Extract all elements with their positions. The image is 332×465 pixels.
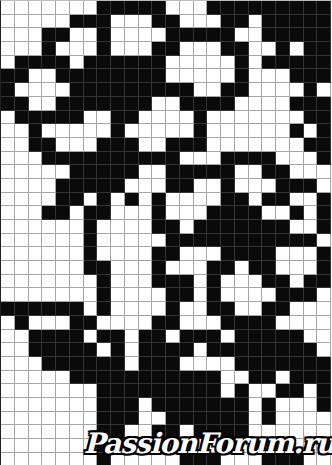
grid-cell xyxy=(221,83,235,97)
grid-cell xyxy=(290,316,304,330)
grid-cell xyxy=(56,371,70,385)
grid-cell xyxy=(304,261,318,275)
grid-cell xyxy=(235,28,249,42)
grid-cell xyxy=(97,412,111,426)
grid-cell xyxy=(304,384,318,398)
grid-cell xyxy=(139,138,153,152)
grid-cell xyxy=(194,316,208,330)
grid-cell xyxy=(317,138,331,152)
grid-cell xyxy=(29,165,43,179)
grid-cell xyxy=(207,69,221,83)
grid-cell xyxy=(29,275,43,289)
grid-cell xyxy=(1,412,15,426)
grid-cell xyxy=(70,316,84,330)
grid-cell xyxy=(1,97,15,111)
grid-cell xyxy=(221,316,235,330)
grid-cell xyxy=(221,165,235,179)
grid-cell xyxy=(221,42,235,56)
grid-cell xyxy=(207,220,221,234)
grid-cell xyxy=(15,206,29,220)
grid-cell xyxy=(42,398,56,412)
grid-cell xyxy=(317,15,331,29)
grid-cell xyxy=(166,165,180,179)
grid-cell xyxy=(42,179,56,193)
grid-cell xyxy=(42,152,56,166)
grid-cell xyxy=(15,97,29,111)
grid-cell xyxy=(139,302,153,316)
grid-cell xyxy=(317,316,331,330)
grid-cell xyxy=(180,330,194,344)
grid-cell xyxy=(249,83,263,97)
grid-cell xyxy=(262,1,276,15)
grid-cell xyxy=(235,371,249,385)
grid-cell xyxy=(317,247,331,261)
grid-cell xyxy=(221,371,235,385)
grid-cell xyxy=(221,302,235,316)
grid-cell xyxy=(317,111,331,125)
grid-cell xyxy=(166,83,180,97)
grid-cell xyxy=(111,152,125,166)
grid-cell xyxy=(152,247,166,261)
grid-cell xyxy=(262,275,276,289)
grid-cell xyxy=(207,28,221,42)
grid-cell xyxy=(194,28,208,42)
grid-cell xyxy=(29,124,43,138)
grid-cell xyxy=(84,247,98,261)
grid-cell xyxy=(152,69,166,83)
grid-cell xyxy=(180,398,194,412)
grid-cell xyxy=(317,234,331,248)
grid-cell xyxy=(249,316,263,330)
grid-cell xyxy=(276,124,290,138)
grid-cell xyxy=(56,425,70,439)
grid-cell xyxy=(97,15,111,29)
grid-cell xyxy=(304,111,318,125)
grid-cell xyxy=(317,275,331,289)
grid-cell xyxy=(139,398,153,412)
grid-cell xyxy=(56,138,70,152)
grid-cell xyxy=(42,330,56,344)
grid-cell xyxy=(56,343,70,357)
grid-cell xyxy=(29,152,43,166)
grid-cell xyxy=(125,220,139,234)
grid-cell xyxy=(235,302,249,316)
grid-cell xyxy=(304,165,318,179)
grid-cell xyxy=(207,261,221,275)
grid-cell xyxy=(262,302,276,316)
grid-cell xyxy=(276,83,290,97)
grid-cell xyxy=(1,316,15,330)
grid-cell xyxy=(221,15,235,29)
grid-cell xyxy=(125,412,139,426)
grid-cell xyxy=(139,316,153,330)
grid-cell xyxy=(84,316,98,330)
grid-cell xyxy=(139,412,153,426)
grid-cell xyxy=(70,398,84,412)
watermark-text: PassionForum.ru xyxy=(84,427,332,460)
grid-cell xyxy=(180,179,194,193)
grid-cell xyxy=(139,343,153,357)
grid-cell xyxy=(180,138,194,152)
grid-cell xyxy=(111,398,125,412)
grid-cell xyxy=(42,357,56,371)
grid-cell xyxy=(290,124,304,138)
grid-cell xyxy=(97,165,111,179)
grid-cell xyxy=(166,220,180,234)
grid-cell xyxy=(97,302,111,316)
grid-cell xyxy=(139,234,153,248)
grid-cell xyxy=(207,330,221,344)
grid-cell xyxy=(166,179,180,193)
grid-cell xyxy=(276,138,290,152)
grid-cell xyxy=(42,42,56,56)
grid-cell xyxy=(317,42,331,56)
grid-cell xyxy=(56,179,70,193)
grid-cell xyxy=(42,28,56,42)
grid-cell xyxy=(317,152,331,166)
grid-cell xyxy=(111,371,125,385)
grid-cell xyxy=(139,42,153,56)
grid-cell xyxy=(42,412,56,426)
grid-cell xyxy=(15,165,29,179)
grid-cell xyxy=(276,42,290,56)
grid-cell xyxy=(249,56,263,70)
grid-cell xyxy=(276,288,290,302)
grid-cell xyxy=(290,165,304,179)
grid-cell xyxy=(249,330,263,344)
grid-cell xyxy=(304,152,318,166)
grid-cell xyxy=(207,97,221,111)
grid-cell xyxy=(97,83,111,97)
grid-cell xyxy=(70,247,84,261)
grid-cell xyxy=(70,124,84,138)
grid-cell xyxy=(84,1,98,15)
grid-cell xyxy=(317,56,331,70)
grid-cell xyxy=(15,56,29,70)
grid-cell xyxy=(84,83,98,97)
grid-cell xyxy=(249,302,263,316)
grid-cell xyxy=(166,234,180,248)
grid-cell xyxy=(290,234,304,248)
grid-cell xyxy=(111,357,125,371)
grid-cell xyxy=(56,398,70,412)
grid-cell xyxy=(290,193,304,207)
grid-cell xyxy=(166,261,180,275)
grid-cell xyxy=(125,371,139,385)
grid-cell xyxy=(139,83,153,97)
grid-cell xyxy=(139,111,153,125)
grid-cell xyxy=(249,179,263,193)
pattern-chart-image: PassionForum.ru xyxy=(0,0,332,465)
grid-cell xyxy=(221,124,235,138)
grid-cell xyxy=(97,179,111,193)
grid-cell xyxy=(194,398,208,412)
grid-cell xyxy=(262,124,276,138)
grid-cell xyxy=(1,15,15,29)
grid-cell xyxy=(262,412,276,426)
grid-cell xyxy=(166,193,180,207)
grid-cell xyxy=(84,234,98,248)
grid-cell xyxy=(70,384,84,398)
grid-cell xyxy=(235,357,249,371)
grid-cell xyxy=(194,234,208,248)
grid-cell xyxy=(249,234,263,248)
grid-cell xyxy=(304,56,318,70)
grid-cell xyxy=(235,330,249,344)
grid-cell xyxy=(1,357,15,371)
grid-cell xyxy=(276,56,290,70)
grid-cell xyxy=(1,193,15,207)
grid-cell xyxy=(70,412,84,426)
grid-cell xyxy=(111,42,125,56)
grid-cell xyxy=(29,28,43,42)
grid-cell xyxy=(84,371,98,385)
grid-cell xyxy=(125,56,139,70)
grid-cell xyxy=(221,384,235,398)
grid-cell xyxy=(235,152,249,166)
grid-cell xyxy=(139,15,153,29)
grid-cell xyxy=(207,138,221,152)
grid-cell xyxy=(152,261,166,275)
grid-cell xyxy=(221,343,235,357)
grid-cell xyxy=(1,425,15,439)
grid-cell xyxy=(125,206,139,220)
grid-cell xyxy=(235,247,249,261)
grid-cell xyxy=(276,206,290,220)
grid-cell xyxy=(262,330,276,344)
grid-cell xyxy=(152,288,166,302)
grid-cell xyxy=(152,42,166,56)
grid-cell xyxy=(166,42,180,56)
grid-cell xyxy=(304,42,318,56)
grid-cell xyxy=(97,220,111,234)
grid-cell xyxy=(1,330,15,344)
grid-cell xyxy=(304,138,318,152)
grid-cell xyxy=(29,398,43,412)
grid-cell xyxy=(139,206,153,220)
grid-cell xyxy=(111,97,125,111)
grid-cell xyxy=(180,165,194,179)
grid-cell xyxy=(317,288,331,302)
grid-cell xyxy=(304,371,318,385)
grid-cell xyxy=(97,42,111,56)
grid-cell xyxy=(180,288,194,302)
grid-cell xyxy=(56,247,70,261)
grid-cell xyxy=(84,288,98,302)
grid-cell xyxy=(221,275,235,289)
grid-cell xyxy=(290,152,304,166)
grid-cell xyxy=(235,179,249,193)
grid-cell xyxy=(221,69,235,83)
grid-cell xyxy=(207,371,221,385)
grid-cell xyxy=(262,179,276,193)
grid-cell xyxy=(304,124,318,138)
grid-cell xyxy=(249,412,263,426)
grid-cell xyxy=(194,357,208,371)
grid-cell xyxy=(221,330,235,344)
grid-cell xyxy=(111,234,125,248)
grid-cell xyxy=(1,220,15,234)
grid-cell xyxy=(235,234,249,248)
grid-cell xyxy=(29,302,43,316)
grid-cell xyxy=(262,97,276,111)
grid-cell xyxy=(276,1,290,15)
grid-cell xyxy=(276,165,290,179)
grid-cell xyxy=(262,206,276,220)
grid-cell xyxy=(262,398,276,412)
grid-cell xyxy=(84,15,98,29)
grid-cell xyxy=(235,42,249,56)
grid-cell xyxy=(276,28,290,42)
grid-cell xyxy=(15,69,29,83)
grid-cell xyxy=(111,288,125,302)
pattern-grid xyxy=(0,0,331,465)
grid-cell xyxy=(235,275,249,289)
grid-cell xyxy=(152,1,166,15)
grid-cell xyxy=(84,97,98,111)
grid-cell xyxy=(152,179,166,193)
grid-cell xyxy=(29,425,43,439)
grid-cell xyxy=(276,371,290,385)
grid-cell xyxy=(290,275,304,289)
grid-cell xyxy=(290,111,304,125)
grid-cell xyxy=(15,398,29,412)
grid-cell xyxy=(111,165,125,179)
grid-cell xyxy=(56,439,70,453)
grid-cell xyxy=(70,234,84,248)
grid-cell xyxy=(29,138,43,152)
grid-cell xyxy=(42,371,56,385)
grid-cell xyxy=(152,398,166,412)
grid-cell xyxy=(42,275,56,289)
grid-cell xyxy=(111,330,125,344)
grid-cell xyxy=(97,124,111,138)
grid-cell xyxy=(221,288,235,302)
grid-cell xyxy=(1,42,15,56)
grid-cell xyxy=(194,138,208,152)
grid-cell xyxy=(221,261,235,275)
grid-cell xyxy=(290,28,304,42)
grid-cell xyxy=(221,193,235,207)
grid-cell xyxy=(317,357,331,371)
grid-cell xyxy=(139,275,153,289)
grid-cell xyxy=(15,439,29,453)
grid-cell xyxy=(125,1,139,15)
grid-cell xyxy=(207,343,221,357)
grid-cell xyxy=(152,234,166,248)
grid-cell xyxy=(97,261,111,275)
grid-cell xyxy=(207,316,221,330)
grid-cell xyxy=(29,15,43,29)
grid-cell xyxy=(317,206,331,220)
grid-cell xyxy=(125,384,139,398)
grid-cell xyxy=(84,261,98,275)
grid-cell xyxy=(111,302,125,316)
grid-cell xyxy=(1,234,15,248)
grid-cell xyxy=(152,138,166,152)
grid-cell xyxy=(125,261,139,275)
grid-cell xyxy=(15,384,29,398)
grid-cell xyxy=(166,357,180,371)
grid-cell xyxy=(56,111,70,125)
grid-cell xyxy=(56,1,70,15)
grid-cell xyxy=(235,15,249,29)
grid-cell xyxy=(42,453,56,465)
grid-cell xyxy=(304,330,318,344)
grid-cell xyxy=(42,302,56,316)
grid-cell xyxy=(290,179,304,193)
grid-cell xyxy=(276,220,290,234)
grid-cell xyxy=(125,357,139,371)
grid-cell xyxy=(221,357,235,371)
grid-cell xyxy=(221,412,235,426)
grid-cell xyxy=(152,83,166,97)
grid-cell xyxy=(152,193,166,207)
grid-cell xyxy=(84,330,98,344)
grid-cell xyxy=(84,220,98,234)
grid-cell xyxy=(166,412,180,426)
grid-cell xyxy=(139,261,153,275)
grid-cell xyxy=(180,124,194,138)
grid-cell xyxy=(317,220,331,234)
grid-cell xyxy=(317,412,331,426)
grid-cell xyxy=(249,288,263,302)
grid-cell xyxy=(29,371,43,385)
grid-cell xyxy=(249,69,263,83)
grid-cell xyxy=(180,384,194,398)
grid-cell xyxy=(70,1,84,15)
grid-cell xyxy=(180,357,194,371)
grid-cell xyxy=(139,124,153,138)
grid-cell xyxy=(42,83,56,97)
grid-cell xyxy=(97,275,111,289)
grid-cell xyxy=(111,15,125,29)
grid-cell xyxy=(139,288,153,302)
grid-cell xyxy=(194,42,208,56)
grid-cell xyxy=(70,330,84,344)
grid-cell xyxy=(304,193,318,207)
grid-cell xyxy=(139,56,153,70)
grid-cell xyxy=(221,206,235,220)
grid-cell xyxy=(166,247,180,261)
grid-cell xyxy=(262,357,276,371)
grid-cell xyxy=(180,1,194,15)
grid-cell xyxy=(42,261,56,275)
grid-cell xyxy=(221,220,235,234)
grid-cell xyxy=(276,275,290,289)
grid-cell xyxy=(180,247,194,261)
grid-cell xyxy=(97,152,111,166)
grid-cell xyxy=(249,206,263,220)
grid-cell xyxy=(194,343,208,357)
grid-cell xyxy=(290,56,304,70)
grid-cell xyxy=(15,15,29,29)
grid-cell xyxy=(290,1,304,15)
grid-cell xyxy=(111,343,125,357)
grid-cell xyxy=(70,193,84,207)
grid-cell xyxy=(111,83,125,97)
grid-cell xyxy=(139,28,153,42)
grid-cell xyxy=(15,220,29,234)
grid-cell xyxy=(249,111,263,125)
grid-cell xyxy=(262,152,276,166)
grid-cell xyxy=(304,357,318,371)
grid-cell xyxy=(1,138,15,152)
grid-cell xyxy=(262,193,276,207)
grid-cell xyxy=(42,343,56,357)
grid-cell xyxy=(97,343,111,357)
grid-cell xyxy=(56,56,70,70)
